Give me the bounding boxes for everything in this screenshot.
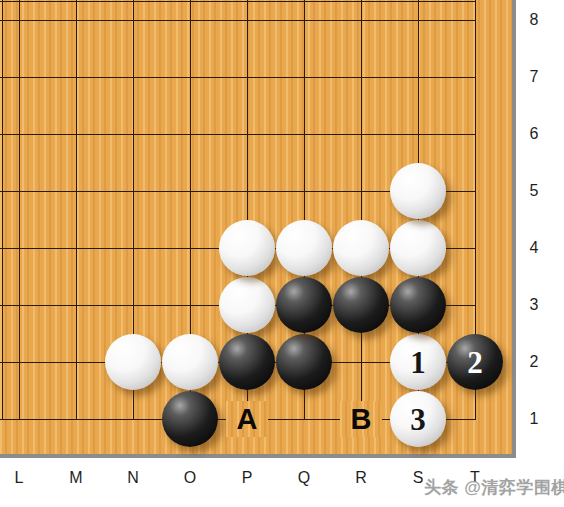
grid-line-crop-top — [0, 1, 476, 2]
grid-line-col-M — [76, 0, 77, 420]
col-label-O: O — [184, 469, 196, 487]
col-label-N: N — [127, 469, 139, 487]
point-label-A: A — [226, 401, 268, 437]
grid-line-row-8 — [0, 20, 476, 21]
stone-black-O1 — [162, 391, 218, 447]
grid-line-row-7 — [0, 77, 476, 78]
stone-white-O2 — [162, 334, 218, 390]
row-label-7: 7 — [530, 68, 539, 86]
stone-white-S5 — [390, 163, 446, 219]
grid-line-col-R — [361, 0, 362, 420]
stone-black-S3 — [390, 277, 446, 333]
row-label-2: 2 — [530, 353, 539, 371]
stone-white-N2 — [105, 334, 161, 390]
row-label-3: 3 — [530, 296, 539, 314]
row-label-6: 6 — [530, 125, 539, 143]
grid-line-col-L — [19, 0, 20, 420]
stone-black-Q3 — [276, 277, 332, 333]
page: AB132 LMNOPQRST87654321 头条 @清弈学围棋 — [0, 0, 564, 507]
stone-black-P2 — [219, 334, 275, 390]
stone-white-R4 — [333, 220, 389, 276]
col-label-R: R — [355, 469, 367, 487]
stone-white-P4 — [219, 220, 275, 276]
row-label-1: 1 — [530, 410, 539, 428]
stone-white-S4 — [390, 220, 446, 276]
stone-black-Q2 — [276, 334, 332, 390]
row-label-5: 5 — [530, 182, 539, 200]
go-board: AB132 — [0, 0, 516, 458]
stone-white-P3 — [219, 277, 275, 333]
col-label-M: M — [69, 469, 82, 487]
col-label-P: P — [242, 469, 253, 487]
col-label-L: L — [15, 469, 24, 487]
stone-white-Q4 — [276, 220, 332, 276]
watermark: 头条 @清弈学围棋 — [424, 476, 564, 499]
stone-white-S1: 3 — [390, 391, 446, 447]
point-label-B: B — [340, 401, 382, 437]
col-label-Q: Q — [298, 469, 310, 487]
row-label-8: 8 — [530, 11, 539, 29]
stone-black-T2: 2 — [447, 334, 503, 390]
grid-line-row-6 — [0, 134, 476, 135]
grid-line-crop-left — [2, 0, 3, 420]
row-label-4: 4 — [530, 239, 539, 257]
stone-white-S2: 1 — [390, 334, 446, 390]
stone-black-R3 — [333, 277, 389, 333]
col-label-S: S — [413, 469, 424, 487]
